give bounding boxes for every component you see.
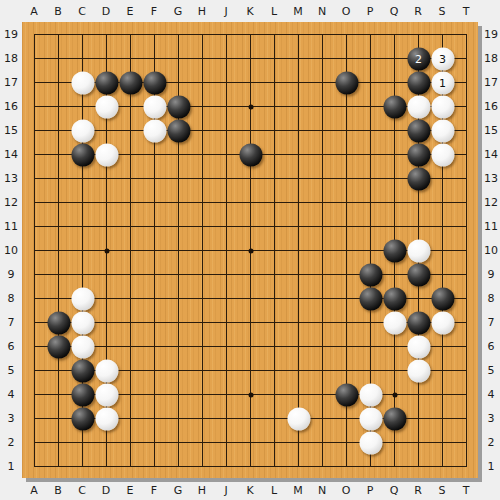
coord-label-H: H	[198, 484, 206, 497]
star-point-K4	[248, 392, 253, 397]
coord-label-14: 14	[4, 148, 18, 161]
coord-label-D: D	[102, 484, 110, 497]
coord-label-A: A	[30, 484, 38, 497]
coord-label-18: 18	[484, 52, 498, 65]
coord-label-12: 12	[484, 196, 498, 209]
coord-label-9: 9	[488, 268, 495, 281]
coord-label-B: B	[54, 484, 62, 497]
coord-label-13: 13	[484, 172, 498, 185]
coord-label-F: F	[151, 484, 157, 497]
stone-black-C14	[71, 143, 94, 166]
stone-white-S18: 3	[431, 47, 454, 70]
stone-white-Q7	[383, 311, 406, 334]
coord-label-18: 18	[4, 52, 18, 65]
coord-label-S: S	[439, 484, 446, 497]
coord-label-F: F	[151, 5, 157, 18]
coord-label-17: 17	[484, 76, 498, 89]
stone-white-C8	[71, 287, 94, 310]
stone-white-C17	[71, 71, 94, 94]
coord-label-1: 1	[8, 460, 15, 473]
stone-white-D5	[95, 359, 118, 382]
star-point-D10	[104, 248, 109, 253]
coord-label-6: 6	[488, 340, 495, 353]
stone-black-R18: 2	[407, 47, 430, 70]
coord-label-4: 4	[488, 388, 495, 401]
coord-label-J: J	[224, 5, 227, 18]
stone-black-B6	[47, 335, 70, 358]
coord-label-E: E	[127, 484, 134, 497]
stone-white-D3	[95, 407, 118, 430]
stone-white-D4	[95, 383, 118, 406]
star-point-Q4	[392, 392, 397, 397]
column-labels-top: ABCDEFGHJKLMNOPQRST	[22, 0, 478, 22]
row-labels-right: 19181716151413121110987654321	[481, 22, 500, 478]
coord-label-K: K	[246, 5, 253, 18]
stone-black-B7	[47, 311, 70, 334]
stone-white-R10	[407, 239, 430, 262]
stone-white-C15	[71, 119, 94, 142]
stone-white-M3	[287, 407, 310, 430]
coord-label-13: 13	[4, 172, 18, 185]
coord-label-T: T	[463, 484, 470, 497]
stone-white-S16	[431, 95, 454, 118]
stone-black-C5	[71, 359, 94, 382]
coord-label-3: 3	[488, 412, 495, 425]
stone-black-Q3	[383, 407, 406, 430]
stone-white-S7	[431, 311, 454, 334]
coord-label-15: 15	[484, 124, 498, 137]
coord-label-4: 4	[8, 388, 15, 401]
coord-label-P: P	[367, 5, 374, 18]
stone-black-P9	[359, 263, 382, 286]
coord-label-E: E	[127, 5, 134, 18]
stone-white-D14	[95, 143, 118, 166]
coord-label-C: C	[78, 5, 86, 18]
coord-label-7: 7	[488, 316, 495, 329]
coord-label-6: 6	[8, 340, 15, 353]
coord-label-1: 1	[488, 460, 495, 473]
coord-label-11: 11	[484, 220, 498, 233]
stone-white-P4	[359, 383, 382, 406]
coord-label-8: 8	[488, 292, 495, 305]
stone-white-P3	[359, 407, 382, 430]
stone-white-S15	[431, 119, 454, 142]
stone-black-Q10	[383, 239, 406, 262]
coord-label-Q: Q	[390, 5, 399, 18]
stone-white-F15	[143, 119, 166, 142]
go-app-screen: ABCDEFGHJKLMNOPQRST ABCDEFGHJKLMNOPQRST …	[0, 0, 500, 500]
coord-label-H: H	[198, 5, 206, 18]
coord-label-17: 17	[4, 76, 18, 89]
coord-label-D: D	[102, 5, 110, 18]
coord-label-16: 16	[484, 100, 498, 113]
coord-label-P: P	[367, 484, 374, 497]
coord-label-K: K	[246, 484, 253, 497]
stone-black-C4	[71, 383, 94, 406]
coord-label-G: G	[174, 5, 183, 18]
row-labels-left: 19181716151413121110987654321	[0, 22, 22, 478]
coord-label-5: 5	[8, 364, 15, 377]
coord-label-G: G	[174, 484, 183, 497]
coord-label-A: A	[30, 5, 38, 18]
stone-black-C3	[71, 407, 94, 430]
coord-label-R: R	[414, 5, 422, 18]
stone-white-S14	[431, 143, 454, 166]
stone-black-R7	[407, 311, 430, 334]
stone-black-R13	[407, 167, 430, 190]
coord-label-O: O	[342, 5, 351, 18]
coord-label-2: 2	[488, 436, 495, 449]
coord-label-S: S	[439, 5, 446, 18]
coord-label-B: B	[54, 5, 62, 18]
stone-black-R17	[407, 71, 430, 94]
stone-black-G15	[167, 119, 190, 142]
stone-black-P8	[359, 287, 382, 310]
coord-label-M: M	[293, 5, 303, 18]
coord-label-7: 7	[8, 316, 15, 329]
stone-black-R14	[407, 143, 430, 166]
coord-label-11: 11	[4, 220, 18, 233]
coord-label-L: L	[271, 5, 277, 18]
star-point-K10	[248, 248, 253, 253]
coord-label-C: C	[78, 484, 86, 497]
go-grid[interactable]: 231	[34, 34, 467, 467]
coord-label-J: J	[224, 484, 227, 497]
coord-label-Q: Q	[390, 484, 399, 497]
coord-label-3: 3	[8, 412, 15, 425]
coord-label-9: 9	[8, 268, 15, 281]
stone-black-R9	[407, 263, 430, 286]
stone-black-Q8	[383, 287, 406, 310]
stone-white-R16	[407, 95, 430, 118]
coord-label-2: 2	[8, 436, 15, 449]
coord-label-N: N	[318, 5, 326, 18]
stone-white-R5	[407, 359, 430, 382]
stone-black-Q16	[383, 95, 406, 118]
stone-black-O4	[335, 383, 358, 406]
stone-black-G16	[167, 95, 190, 118]
coord-label-M: M	[293, 484, 303, 497]
coord-label-19: 19	[484, 28, 498, 41]
stone-white-S17: 1	[431, 71, 454, 94]
coord-label-N: N	[318, 484, 326, 497]
stone-black-S8	[431, 287, 454, 310]
coord-label-12: 12	[4, 196, 18, 209]
star-point-K16	[248, 104, 253, 109]
stone-black-F17	[143, 71, 166, 94]
column-labels-bottom: ABCDEFGHJKLMNOPQRST	[22, 480, 478, 500]
coord-label-10: 10	[484, 244, 498, 257]
coord-label-O: O	[342, 484, 351, 497]
stone-white-R6	[407, 335, 430, 358]
coord-label-R: R	[414, 484, 422, 497]
coord-label-L: L	[271, 484, 277, 497]
coord-label-19: 19	[4, 28, 18, 41]
coord-label-T: T	[463, 5, 470, 18]
stone-white-F16	[143, 95, 166, 118]
stone-black-K14	[239, 143, 262, 166]
stone-white-C7	[71, 311, 94, 334]
go-board[interactable]: 231	[22, 22, 478, 478]
stone-black-E17	[119, 71, 142, 94]
coord-label-14: 14	[484, 148, 498, 161]
stone-white-D16	[95, 95, 118, 118]
stone-black-R15	[407, 119, 430, 142]
coord-label-8: 8	[8, 292, 15, 305]
stone-black-O17	[335, 71, 358, 94]
stone-white-C6	[71, 335, 94, 358]
stone-black-D17	[95, 71, 118, 94]
coord-label-15: 15	[4, 124, 18, 137]
coord-label-16: 16	[4, 100, 18, 113]
stone-white-P2	[359, 431, 382, 454]
coord-label-5: 5	[488, 364, 495, 377]
coord-label-10: 10	[4, 244, 18, 257]
